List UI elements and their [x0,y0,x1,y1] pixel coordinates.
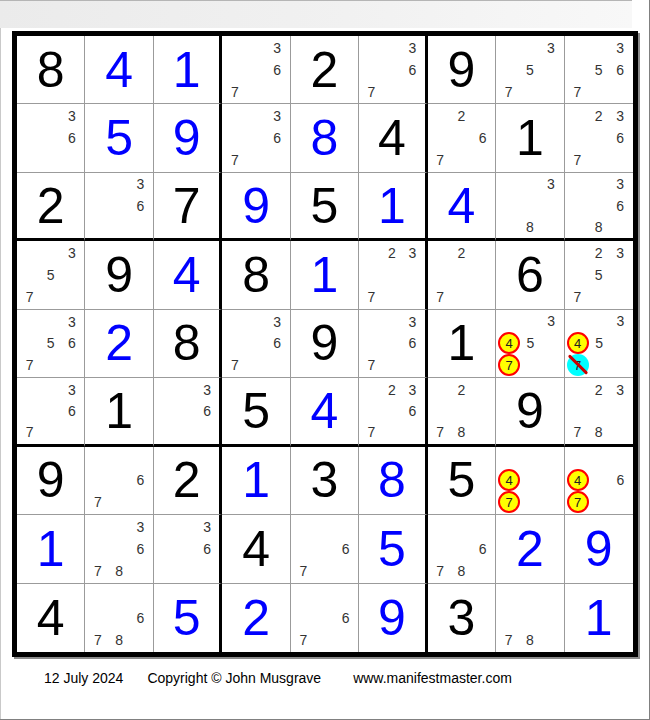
candidate-digit-7: 7 [94,495,102,509]
solved-digit: 1 [291,241,358,308]
cell-r4c2[interactable]: 9 [85,241,153,309]
cell-r7c8[interactable]: 47 [496,447,564,515]
given-digit: 1 [428,310,495,377]
cell-r9c8[interactable]: 78 [496,584,564,652]
cell-r3c9[interactable]: 368 [565,173,633,241]
cell-r1c2[interactable]: 4 [85,36,153,104]
pencil-marks: 357 [19,242,82,307]
cell-r1c7[interactable]: 9 [428,36,496,104]
solved-digit: 8 [359,447,424,514]
given-digit: 2 [154,447,219,514]
solved-digit: 8 [291,104,358,171]
candidate-digit-6: 6 [409,404,417,418]
candidate-digit-3: 3 [68,383,76,397]
given-digit: 2 [17,173,84,238]
cell-r8c7[interactable]: 678 [428,515,496,583]
pencil-marks: 2367 [361,379,422,442]
candidate-digit-5: 5 [526,63,534,77]
cell-r9c6[interactable]: 9 [359,584,427,652]
candidate-digit-7: 7 [26,358,34,372]
candidate-digit-2: 2 [595,109,603,123]
cell-r6c6[interactable]: 2367 [359,378,427,446]
pencil-marks: 368 [567,174,631,237]
given-digit: 3 [428,584,495,652]
cell-r8c1[interactable]: 1 [17,515,85,583]
candidate-digit-2: 2 [388,383,396,397]
cell-r3c7[interactable]: 4 [428,173,496,241]
candidate-digit-8: 8 [595,220,603,234]
cell-r1c8[interactable]: 357 [496,36,564,104]
highlighted-candidate-4: 4 [498,469,520,491]
pencil-marks: 278 [430,379,493,442]
cell-r5c8[interactable]: 3457 [496,310,564,378]
candidate-digit-3: 3 [273,109,281,123]
candidate-digit-8: 8 [115,564,123,578]
cell-r2c5[interactable]: 8 [291,104,359,172]
cell-r1c4[interactable]: 367 [222,36,290,104]
candidate-digit-7: 7 [231,153,239,167]
cell-r3c5[interactable]: 5 [291,173,359,241]
candidate-digit-7: 7 [573,425,581,439]
cell-r3c8[interactable]: 38 [496,173,564,241]
candidate-digit-7: 7 [299,564,307,578]
cell-r2c9[interactable]: 2367 [565,104,633,172]
highlighted-candidate-7: 7 [498,354,520,376]
candidate-digit-3: 3 [547,177,555,191]
pencil-marks: 36 [87,174,150,237]
cell-r6c7[interactable]: 278 [428,378,496,446]
pencil-marks: 237 [361,242,422,307]
solved-digit: 1 [565,584,633,652]
candidate-digit-2: 2 [595,383,603,397]
pencil-marks: 78 [498,585,561,651]
cell-r3c6[interactable]: 1 [359,173,427,241]
given-digit: 1 [85,378,152,443]
solved-digit: 4 [291,378,358,443]
cell-r5c3[interactable]: 8 [154,310,222,378]
cell-r8c2[interactable]: 3678 [85,515,153,583]
pencil-marks: 3457 [567,311,631,376]
cell-r5c9[interactable]: 3457 [565,310,633,378]
highlighted-candidate-4: 4 [567,332,589,354]
cell-r2c1[interactable]: 36 [17,104,85,172]
cell-r2c4[interactable]: 367 [222,104,290,172]
candidate-digit-7: 7 [368,425,376,439]
cell-r5c1[interactable]: 3567 [17,310,85,378]
footer: 12 July 2024 Copyright © John Musgrave w… [44,670,634,686]
cell-r5c4[interactable]: 367 [222,310,290,378]
candidate-digit-6: 6 [479,542,487,556]
cell-r3c3[interactable]: 7 [154,173,222,241]
candidate-digit-7: 7 [368,358,376,372]
solved-digit: 5 [359,515,424,582]
candidate-digit-5: 5 [595,268,603,282]
given-digit: 9 [428,36,495,103]
candidate-digit-7: 7 [436,425,444,439]
candidate-digit-6: 6 [68,336,76,350]
cell-r2c8[interactable]: 1 [496,104,564,172]
candidate-digit-7: 7 [368,290,376,304]
pencil-marks: 36 [156,379,217,442]
pencil-marks: 2357 [567,242,631,307]
app-window: { "game": "sudoku", "window": { "footer"… [0,0,650,720]
highlighted-candidate-4: 4 [567,469,589,491]
candidate-digit-7: 7 [436,564,444,578]
candidate-digit-3: 3 [68,315,76,329]
candidate-digit-3: 3 [616,41,624,55]
cell-r9c1[interactable]: 4 [17,584,85,652]
cell-r3c4[interactable]: 9 [222,173,290,241]
cell-r7c6[interactable]: 8 [359,447,427,515]
cell-r1c9[interactable]: 3567 [565,36,633,104]
pencil-marks: 2367 [567,105,631,170]
cell-r1c3[interactable]: 1 [154,36,222,104]
cell-r8c8[interactable]: 2 [496,515,564,583]
candidate-digit-6: 6 [342,611,350,625]
candidate-digit-8: 8 [526,220,534,234]
cell-r6c2[interactable]: 1 [85,378,153,446]
candidate-digit-3: 3 [136,177,144,191]
pencil-marks: 2378 [567,379,631,442]
pencil-marks: 3457 [498,311,561,376]
cell-r9c9[interactable]: 1 [565,584,633,652]
candidate-digit-6: 6 [203,404,211,418]
candidate-digit-3: 3 [273,41,281,55]
cell-r6c4[interactable]: 5 [222,378,290,446]
candidate-digit-6: 6 [409,63,417,77]
cell-r4c1[interactable]: 357 [17,241,85,309]
candidate-digit-8: 8 [115,633,123,647]
candidate-digit-3: 3 [409,383,417,397]
candidate-digit-7: 7 [368,85,376,99]
pencil-marks: 36 [19,105,82,170]
solved-digit: 9 [565,515,633,582]
candidate-digit-8: 8 [526,633,534,647]
candidate-digit-6: 6 [68,131,76,145]
given-digit: 4 [359,104,424,171]
cell-r1c6[interactable]: 367 [359,36,427,104]
pencil-marks: 38 [498,174,561,237]
solved-digit: 9 [154,104,219,171]
solved-digit: 2 [85,310,152,377]
cell-r5c5[interactable]: 9 [291,310,359,378]
candidate-digit-6: 6 [136,473,144,487]
candidate-digit-3: 3 [616,109,624,123]
candidate-digit-7: 7 [505,85,513,99]
candidate-digit-7: 7 [573,85,581,99]
highlighted-candidate-7: 7 [567,491,589,513]
cell-r8c3[interactable]: 36 [154,515,222,583]
cell-r4c9[interactable]: 2357 [565,241,633,309]
highlighted-candidate-7: 7 [498,491,520,513]
pencil-marks: 267 [430,105,493,170]
candidate-digit-6: 6 [616,131,624,145]
candidate-digit-5: 5 [47,268,55,282]
cell-r2c3[interactable]: 9 [154,104,222,172]
candidate-digit-3: 3 [616,383,624,397]
footer-date: 12 July 2024 [44,670,123,686]
solved-digit: 1 [17,515,84,582]
given-digit: 5 [222,378,289,443]
pencil-marks: 467 [567,448,631,513]
candidate-digit-5: 5 [595,63,603,77]
candidate-digit-3: 3 [547,41,555,55]
cell-r6c3[interactable]: 36 [154,378,222,446]
cell-r5c6[interactable]: 367 [359,310,427,378]
cell-r8c9[interactable]: 9 [565,515,633,583]
cell-r3c1[interactable]: 2 [17,173,85,241]
cell-r5c2[interactable]: 2 [85,310,153,378]
given-digit: 7 [154,173,219,238]
candidate-digit-2: 2 [595,246,603,260]
candidate-digit-6: 6 [68,404,76,418]
cell-r5c7[interactable]: 1 [428,310,496,378]
cell-r4c7[interactable]: 27 [428,241,496,309]
candidate-digit-3: 3 [68,109,76,123]
cell-r9c2[interactable]: 678 [85,584,153,652]
given-digit: 9 [85,241,152,308]
footer-website: www.manifestmaster.com [353,670,512,686]
candidate-digit-6: 6 [136,611,144,625]
candidate-digit-6: 6 [616,63,624,77]
cell-r7c5[interactable]: 3 [291,447,359,515]
candidate-digit-7: 7 [26,425,34,439]
given-digit: 5 [428,447,495,514]
solved-digit: 4 [154,241,219,308]
cell-r1c1[interactable]: 8 [17,36,85,104]
candidate-digit-8: 8 [457,425,465,439]
cell-r9c4[interactable]: 2 [222,584,290,652]
solved-digit: 4 [428,173,495,238]
pencil-marks: 36 [156,516,217,581]
candidate-digit-7: 7 [573,290,581,304]
candidate-digit-8: 8 [595,425,603,439]
candidate-digit-3: 3 [273,315,281,329]
cell-r2c2[interactable]: 5 [85,104,153,172]
pencil-marks: 47 [498,448,561,513]
candidate-digit-7: 7 [505,633,513,647]
candidate-digit-3: 3 [616,177,624,191]
candidate-digit-6: 6 [273,131,281,145]
candidate-digit-3: 3 [409,246,417,260]
given-digit: 9 [17,447,84,514]
cell-r9c3[interactable]: 5 [154,584,222,652]
candidate-digit-3: 3 [547,314,555,328]
candidate-digit-3: 3 [68,246,76,260]
candidate-digit-7: 7 [94,633,102,647]
candidate-digit-3: 3 [409,315,417,329]
solved-digit: 1 [154,36,219,103]
pencil-marks: 67 [87,448,150,513]
cell-r2c7[interactable]: 267 [428,104,496,172]
given-digit: 9 [496,378,563,443]
candidate-digit-7: 7 [94,564,102,578]
given-digit: 9 [291,310,358,377]
cell-r6c5[interactable]: 4 [291,378,359,446]
solved-digit: 2 [496,515,563,582]
candidate-digit-3: 3 [409,41,417,55]
candidate-digit-6: 6 [273,63,281,77]
candidate-digit-3: 3 [203,520,211,534]
candidate-digit-2: 2 [388,246,396,260]
candidate-digit-3: 3 [203,383,211,397]
pencil-marks: 357 [498,37,561,102]
cell-r6c8[interactable]: 9 [496,378,564,446]
cell-r7c2[interactable]: 67 [85,447,153,515]
given-digit: 8 [17,36,84,103]
given-digit: 5 [291,173,358,238]
pencil-marks: 27 [430,242,493,307]
candidate-digit-3: 3 [616,314,624,328]
cell-r4c3[interactable]: 4 [154,241,222,309]
solved-digit: 2 [222,584,289,652]
cell-r4c8[interactable]: 6 [496,241,564,309]
given-digit: 8 [154,310,219,377]
cell-r4c5[interactable]: 1 [291,241,359,309]
given-digit: 3 [291,447,358,514]
cell-r3c2[interactable]: 36 [85,173,153,241]
candidate-digit-2: 2 [457,109,465,123]
candidate-digit-3: 3 [616,246,624,260]
candidate-digit-7: 7 [436,290,444,304]
eliminated-candidate-7: 7 [567,354,589,376]
cell-r7c3[interactable]: 2 [154,447,222,515]
pencil-marks: 3678 [87,516,150,581]
candidate-digit-7: 7 [436,153,444,167]
candidate-digit-7: 7 [299,633,307,647]
cell-r7c4[interactable]: 1 [222,447,290,515]
solved-digit: 5 [85,104,152,171]
given-digit: 2 [291,36,358,103]
sudoku-board: 8413672367935735673659367842671236723679… [12,31,638,657]
candidate-digit-6: 6 [409,336,417,350]
cell-r7c7[interactable]: 5 [428,447,496,515]
candidate-digit-6: 6 [479,131,487,145]
cell-r2c6[interactable]: 4 [359,104,427,172]
candidate-digit-6: 6 [616,473,624,487]
given-digit: 1 [496,104,563,171]
pencil-marks: 367 [224,105,287,170]
cell-r7c9[interactable]: 467 [565,447,633,515]
cell-r8c4[interactable]: 4 [222,515,290,583]
cell-r8c6[interactable]: 5 [359,515,427,583]
given-digit: 4 [17,584,84,652]
candidate-digit-6: 6 [273,336,281,350]
given-digit: 4 [222,515,289,582]
candidate-digit-7: 7 [26,290,34,304]
candidate-digit-5: 5 [527,336,535,350]
candidate-digit-6: 6 [616,199,624,213]
candidate-digit-6: 6 [136,199,144,213]
given-digit: 8 [222,241,289,308]
given-digit: 6 [496,241,563,308]
candidate-digit-5: 5 [47,336,55,350]
candidate-digit-3: 3 [136,520,144,534]
cell-r7c1[interactable]: 9 [17,447,85,515]
footer-copyright: Copyright © John Musgrave [147,670,321,686]
cell-r6c1[interactable]: 367 [17,378,85,446]
candidate-digit-2: 2 [457,246,465,260]
pencil-marks: 367 [19,379,82,442]
solved-digit: 4 [85,36,152,103]
pencil-marks: 67 [293,516,356,581]
candidate-digit-6: 6 [203,542,211,556]
solved-digit: 9 [222,173,289,238]
candidate-digit-2: 2 [457,383,465,397]
pencil-marks: 367 [361,311,422,376]
solved-digit: 1 [222,447,289,514]
cell-r4c4[interactable]: 8 [222,241,290,309]
pencil-marks: 678 [430,516,493,581]
solved-digit: 9 [359,584,424,652]
candidate-digit-7: 7 [231,85,239,99]
pencil-marks: 367 [224,311,287,376]
cell-r9c5[interactable]: 67 [291,584,359,652]
solved-digit: 5 [154,584,219,652]
pencil-marks: 678 [87,585,150,651]
pencil-marks: 3567 [567,37,631,102]
cell-r1c5[interactable]: 2 [291,36,359,104]
pencil-marks: 3567 [19,311,82,376]
highlighted-candidate-4: 4 [498,332,520,354]
candidate-digit-6: 6 [136,542,144,556]
candidate-digit-7: 7 [573,153,581,167]
cell-r4c6[interactable]: 237 [359,241,427,309]
solved-digit: 1 [359,173,424,238]
cell-r6c9[interactable]: 2378 [565,378,633,446]
pencil-marks: 67 [293,585,356,651]
candidate-digit-7: 7 [231,358,239,372]
candidate-digit-8: 8 [457,564,465,578]
pencil-marks: 367 [224,37,287,102]
pencil-marks: 367 [361,37,422,102]
cell-r9c7[interactable]: 3 [428,584,496,652]
window-top-bar [0,0,632,28]
candidate-digit-5: 5 [595,336,603,350]
cell-r8c5[interactable]: 67 [291,515,359,583]
candidate-digit-6: 6 [342,542,350,556]
